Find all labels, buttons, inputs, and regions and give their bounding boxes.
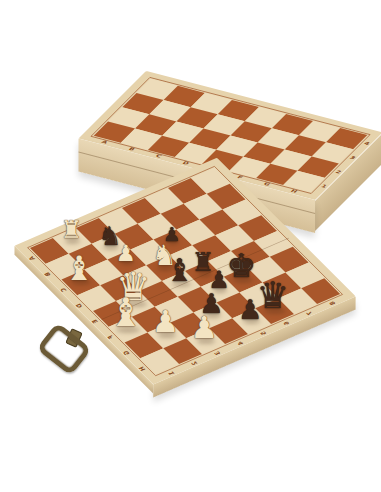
board-handle[interactable] — [36, 322, 92, 376]
scene: ABCDEFGH4321 ABCDEFGH12345678 ♜♝♟♞♛♝♟♟♞♟… — [0, 0, 381, 492]
